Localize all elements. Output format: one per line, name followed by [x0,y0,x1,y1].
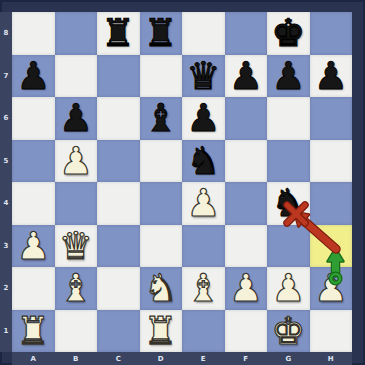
square-c3[interactable] [97,225,140,268]
square-e4[interactable]: ♟ [182,182,225,225]
square-b4[interactable] [55,182,98,225]
square-b5[interactable]: ♟ [55,140,98,183]
square-a5[interactable] [12,140,55,183]
rank-label-5: 5 [0,140,12,183]
square-d7[interactable] [140,55,183,98]
square-a1[interactable]: ♜ [12,310,55,353]
square-e1[interactable] [182,310,225,353]
square-g6[interactable] [267,97,310,140]
square-g1[interactable]: ♚ [267,310,310,353]
square-e8[interactable] [182,12,225,55]
square-f5[interactable] [225,140,268,183]
square-h2[interactable]: ♟ [310,267,353,310]
piece-black-rook-d8[interactable]: ♜ [144,14,178,52]
piece-black-king-g8[interactable]: ♚ [271,14,305,52]
chess-board[interactable]: ♜♜♚♟♛♟♟♟♟♝♟♟♞♟♞♟♛♝♞♝♟♟♟♜♜♚ [12,12,352,352]
square-h5[interactable] [310,140,353,183]
square-f8[interactable] [225,12,268,55]
square-a3[interactable]: ♟ [12,225,55,268]
piece-white-rook-d1[interactable]: ♜ [144,312,178,350]
rank-labels: 87654321 [0,12,12,352]
piece-white-bishop-b2[interactable]: ♝ [59,269,93,307]
square-h7[interactable]: ♟ [310,55,353,98]
file-label-d: d [140,352,183,365]
square-f2[interactable]: ♟ [225,267,268,310]
square-b8[interactable] [55,12,98,55]
square-b7[interactable] [55,55,98,98]
rank-label-7: 7 [0,55,12,98]
rank-label-6: 6 [0,97,12,140]
square-c4[interactable] [97,182,140,225]
file-label-h: h [310,352,353,365]
square-b6[interactable]: ♟ [55,97,98,140]
square-c6[interactable] [97,97,140,140]
square-d3[interactable] [140,225,183,268]
square-c1[interactable] [97,310,140,353]
square-g3[interactable] [267,225,310,268]
square-f3[interactable] [225,225,268,268]
file-label-e: e [182,352,225,365]
rank-label-2: 2 [0,267,12,310]
square-e3[interactable] [182,225,225,268]
rank-label-4: 4 [0,182,12,225]
rank-label-8: 8 [0,12,12,55]
piece-black-pawn-a7[interactable]: ♟ [16,57,50,95]
square-b1[interactable] [55,310,98,353]
square-f4[interactable] [225,182,268,225]
file-label-c: c [97,352,140,365]
piece-white-pawn-h2[interactable]: ♟ [314,269,348,307]
square-f7[interactable]: ♟ [225,55,268,98]
square-b3[interactable]: ♛ [55,225,98,268]
square-e6[interactable]: ♟ [182,97,225,140]
square-c5[interactable] [97,140,140,183]
piece-white-pawn-e4[interactable]: ♟ [186,184,220,222]
piece-black-queen-e7[interactable]: ♛ [186,57,220,95]
square-h6[interactable] [310,97,353,140]
square-a2[interactable] [12,267,55,310]
square-c2[interactable] [97,267,140,310]
piece-black-rook-c8[interactable]: ♜ [101,14,135,52]
square-f6[interactable] [225,97,268,140]
square-g7[interactable]: ♟ [267,55,310,98]
square-a8[interactable] [12,12,55,55]
square-c7[interactable] [97,55,140,98]
piece-black-knight-e5[interactable]: ♞ [186,142,220,180]
square-b2[interactable]: ♝ [55,267,98,310]
file-label-a: a [12,352,55,365]
square-a4[interactable] [12,182,55,225]
square-e5[interactable]: ♞ [182,140,225,183]
piece-white-pawn-a3[interactable]: ♟ [16,227,50,265]
square-e7[interactable]: ♛ [182,55,225,98]
square-a7[interactable]: ♟ [12,55,55,98]
piece-white-rook-a1[interactable]: ♜ [16,312,50,350]
square-d6[interactable]: ♝ [140,97,183,140]
square-d5[interactable] [140,140,183,183]
piece-black-bishop-d6[interactable]: ♝ [144,99,178,137]
square-d2[interactable]: ♞ [140,267,183,310]
square-g8[interactable]: ♚ [267,12,310,55]
piece-black-pawn-e6[interactable]: ♟ [186,99,220,137]
square-g2[interactable]: ♟ [267,267,310,310]
piece-black-pawn-h7[interactable]: ♟ [314,57,348,95]
rank-label-1: 1 [0,310,12,353]
square-d8[interactable]: ♜ [140,12,183,55]
square-c8[interactable]: ♜ [97,12,140,55]
square-f1[interactable] [225,310,268,353]
square-h8[interactable] [310,12,353,55]
square-d4[interactable] [140,182,183,225]
piece-white-pawn-g2[interactable]: ♟ [271,269,305,307]
square-g5[interactable] [267,140,310,183]
piece-white-bishop-e2[interactable]: ♝ [186,269,220,307]
piece-black-pawn-f7[interactable]: ♟ [229,57,263,95]
chess-board-frame: 87654321 abcdefgh ♜♜♚♟♛♟♟♟♟♝♟♟♞♟♞♟♛♝♞♝♟♟… [0,0,365,365]
square-g4[interactable]: ♞ [267,182,310,225]
file-label-f: f [225,352,268,365]
piece-white-pawn-f2[interactable]: ♟ [229,269,263,307]
piece-black-pawn-b6[interactable]: ♟ [59,99,93,137]
piece-white-queen-b3[interactable]: ♛ [59,227,93,265]
piece-black-knight-g4[interactable]: ♞ [271,184,305,222]
file-label-b: b [55,352,98,365]
square-h3[interactable] [310,225,353,268]
square-h1[interactable] [310,310,353,353]
square-e2[interactable]: ♝ [182,267,225,310]
piece-white-king-g1[interactable]: ♚ [271,312,305,350]
piece-black-pawn-g7[interactable]: ♟ [271,57,305,95]
piece-white-knight-d2[interactable]: ♞ [144,269,178,307]
piece-white-pawn-b5[interactable]: ♟ [59,142,93,180]
file-label-g: g [267,352,310,365]
square-d1[interactable]: ♜ [140,310,183,353]
file-labels: abcdefgh [12,352,352,365]
rank-label-3: 3 [0,225,12,268]
square-h4[interactable] [310,182,353,225]
square-a6[interactable] [12,97,55,140]
